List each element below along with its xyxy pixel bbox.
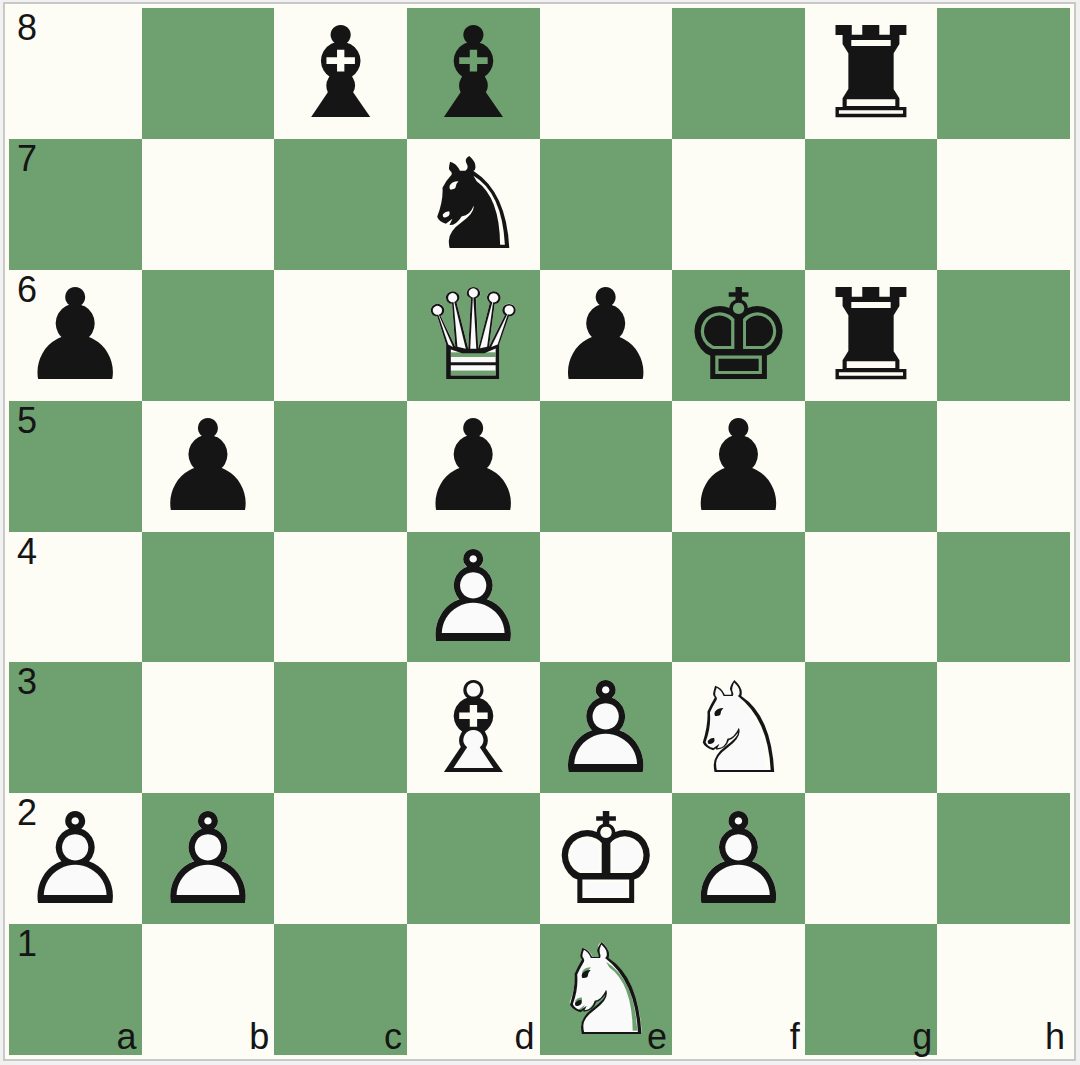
square-f7[interactable] — [672, 139, 805, 270]
square-h2[interactable] — [937, 793, 1070, 924]
file-label-h: h — [1045, 1019, 1065, 1055]
piece-white-pawn-d4[interactable]: ♟♙ — [407, 532, 540, 663]
square-a2[interactable]: 2♟♙ — [9, 793, 142, 924]
piece-outline-glyph: ♘ — [672, 663, 805, 794]
square-a3[interactable]: 3 — [9, 662, 142, 793]
square-b8[interactable] — [142, 8, 275, 139]
square-e8[interactable] — [540, 8, 673, 139]
square-a6[interactable]: 6♟ — [9, 270, 142, 401]
square-g1[interactable]: g — [805, 924, 938, 1055]
square-d7[interactable]: ♞ — [407, 139, 540, 270]
square-h8[interactable] — [937, 8, 1070, 139]
piece-fill-glyph: ♝ — [407, 9, 540, 140]
piece-fill-glyph: ♜ — [805, 271, 938, 402]
piece-white-king-e2[interactable]: ♚♔ — [540, 793, 673, 924]
piece-outline-glyph: ♔ — [540, 794, 673, 925]
piece-fill-glyph: ♚ — [672, 271, 805, 402]
piece-black-bishop-c8[interactable]: ♝ — [274, 8, 407, 139]
square-e6[interactable]: ♟ — [540, 270, 673, 401]
square-c1[interactable]: c — [274, 924, 407, 1055]
square-d3[interactable]: ♝♗ — [407, 662, 540, 793]
piece-black-knight-d7[interactable]: ♞ — [407, 139, 540, 270]
square-g5[interactable] — [805, 401, 938, 532]
piece-fill-glyph: ♟ — [142, 402, 275, 533]
square-e4[interactable] — [540, 532, 673, 663]
square-h3[interactable] — [937, 662, 1070, 793]
square-e3[interactable]: ♟♙ — [540, 662, 673, 793]
square-b6[interactable] — [142, 270, 275, 401]
piece-white-pawn-b2[interactable]: ♟♙ — [142, 793, 275, 924]
square-a1[interactable]: 1a — [9, 924, 142, 1055]
square-f3[interactable]: ♞♘ — [672, 662, 805, 793]
square-f6[interactable]: ♚ — [672, 270, 805, 401]
square-g2[interactable] — [805, 793, 938, 924]
square-h1[interactable]: h — [937, 924, 1070, 1055]
square-c2[interactable] — [274, 793, 407, 924]
square-e5[interactable] — [540, 401, 673, 532]
piece-outline-glyph: ♕ — [407, 271, 540, 402]
square-e1[interactable]: e♞♘ — [540, 924, 673, 1055]
piece-black-pawn-e6[interactable]: ♟ — [540, 270, 673, 401]
square-a8[interactable]: 8 — [9, 8, 142, 139]
piece-fill-glyph: ♟ — [407, 402, 540, 533]
square-b3[interactable] — [142, 662, 275, 793]
piece-white-pawn-f2[interactable]: ♟♙ — [672, 793, 805, 924]
piece-fill-glyph: ♜ — [805, 9, 938, 140]
rank-label-7: 7 — [17, 141, 37, 177]
square-h5[interactable] — [937, 401, 1070, 532]
square-d6[interactable]: ♛♕ — [407, 270, 540, 401]
square-d4[interactable]: ♟♙ — [407, 532, 540, 663]
piece-outline-glyph: ♙ — [540, 663, 673, 794]
square-g7[interactable] — [805, 139, 938, 270]
square-a7[interactable]: 7 — [9, 139, 142, 270]
piece-black-rook-g6[interactable]: ♜ — [805, 270, 938, 401]
piece-outline-glyph: ♙ — [672, 794, 805, 925]
square-c8[interactable]: ♝ — [274, 8, 407, 139]
square-c7[interactable] — [274, 139, 407, 270]
piece-black-pawn-d5[interactable]: ♟ — [407, 401, 540, 532]
rank-label-2: 2 — [17, 795, 37, 831]
piece-outline-glyph: ♘ — [540, 925, 673, 1056]
rank-label-1: 1 — [17, 926, 37, 962]
piece-black-rook-g8[interactable]: ♜ — [805, 8, 938, 139]
piece-black-pawn-f5[interactable]: ♟ — [672, 401, 805, 532]
square-f1[interactable]: f — [672, 924, 805, 1055]
square-f5[interactable]: ♟ — [672, 401, 805, 532]
piece-outline-glyph: ♗ — [407, 663, 540, 794]
square-b4[interactable] — [142, 532, 275, 663]
square-d2[interactable] — [407, 793, 540, 924]
piece-white-pawn-e3[interactable]: ♟♙ — [540, 662, 673, 793]
square-a4[interactable]: 4 — [9, 532, 142, 663]
board-frame: 8♝♝♜7♞6♟♛♕♟♚♜5♟♟♟4♟♙3♝♗♟♙♞♘2♟♙♟♙♚♔♟♙1abc… — [3, 2, 1076, 1061]
square-h7[interactable] — [937, 139, 1070, 270]
square-f2[interactable]: ♟♙ — [672, 793, 805, 924]
file-label-g: g — [912, 1019, 932, 1055]
piece-fill-glyph: ♝ — [274, 9, 407, 140]
square-f8[interactable] — [672, 8, 805, 139]
square-b7[interactable] — [142, 139, 275, 270]
piece-white-knight-e1[interactable]: ♞♘ — [540, 924, 673, 1055]
square-c6[interactable] — [274, 270, 407, 401]
square-b1[interactable]: b — [142, 924, 275, 1055]
file-label-f: f — [790, 1019, 800, 1055]
file-label-d: d — [514, 1019, 534, 1055]
square-g8[interactable]: ♜ — [805, 8, 938, 139]
piece-black-pawn-b5[interactable]: ♟ — [142, 401, 275, 532]
square-g4[interactable] — [805, 532, 938, 663]
file-label-a: a — [117, 1019, 137, 1055]
piece-fill-glyph: ♞ — [407, 140, 540, 271]
piece-black-bishop-d8[interactable]: ♝ — [407, 8, 540, 139]
file-label-c: c — [384, 1019, 402, 1055]
square-h4[interactable] — [937, 532, 1070, 663]
square-d8[interactable]: ♝ — [407, 8, 540, 139]
square-b5[interactable]: ♟ — [142, 401, 275, 532]
square-b2[interactable]: ♟♙ — [142, 793, 275, 924]
square-d1[interactable]: d — [407, 924, 540, 1055]
chess-board: 8♝♝♜7♞6♟♛♕♟♚♜5♟♟♟4♟♙3♝♗♟♙♞♘2♟♙♟♙♚♔♟♙1abc… — [9, 8, 1070, 1055]
square-c4[interactable] — [274, 532, 407, 663]
piece-outline-glyph: ♙ — [142, 794, 275, 925]
square-d5[interactable]: ♟ — [407, 401, 540, 532]
rank-label-3: 3 — [17, 664, 37, 700]
rank-label-6: 6 — [17, 272, 37, 308]
piece-white-knight-f3[interactable]: ♞♘ — [672, 662, 805, 793]
square-h6[interactable] — [937, 270, 1070, 401]
square-f4[interactable] — [672, 532, 805, 663]
square-g6[interactable]: ♜ — [805, 270, 938, 401]
piece-white-bishop-d3[interactable]: ♝♗ — [407, 662, 540, 793]
piece-fill-glyph: ♟ — [540, 271, 673, 402]
piece-fill-glyph: ♟ — [672, 402, 805, 533]
square-g3[interactable] — [805, 662, 938, 793]
piece-white-queen-d6[interactable]: ♛♕ — [407, 270, 540, 401]
square-a5[interactable]: 5 — [9, 401, 142, 532]
square-c5[interactable] — [274, 401, 407, 532]
square-e2[interactable]: ♚♔ — [540, 793, 673, 924]
rank-label-5: 5 — [17, 403, 37, 439]
piece-outline-glyph: ♙ — [407, 533, 540, 664]
rank-label-4: 4 — [17, 534, 37, 570]
square-c3[interactable] — [274, 662, 407, 793]
square-e7[interactable] — [540, 139, 673, 270]
piece-black-king-f6[interactable]: ♚ — [672, 270, 805, 401]
rank-label-8: 8 — [17, 10, 37, 46]
file-label-b: b — [249, 1019, 269, 1055]
